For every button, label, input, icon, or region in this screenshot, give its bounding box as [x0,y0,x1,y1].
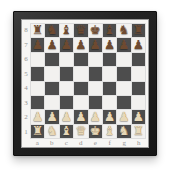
chess-board-surface: 87654321 ♜♞♝♛♚♝♞♜♟♟♟♟♟♟♟♟♟♟♟♟♟♟♟♟♜♞♝♛♚♝♞… [21,19,149,148]
piece-white-knight[interactable]: ♞ [46,125,57,138]
square-g5[interactable] [117,67,130,80]
piece-black-rook[interactable]: ♜ [133,24,144,37]
piece-black-knight[interactable]: ♞ [118,24,129,37]
piece-white-pawn[interactable]: ♟ [75,110,86,123]
square-g6[interactable] [117,53,130,66]
square-c7[interactable]: ♟ [60,38,73,51]
rank-label-3: 3 [22,96,30,111]
square-h4[interactable] [132,82,145,95]
square-c4[interactable] [60,82,73,95]
square-d7[interactable]: ♟ [74,38,87,51]
rank-label-6: 6 [22,52,30,67]
square-e5[interactable] [89,67,102,80]
piece-white-pawn[interactable]: ♟ [104,110,115,123]
square-h5[interactable] [132,67,145,80]
piece-white-pawn[interactable]: ♟ [46,110,57,123]
file-label-f: f [103,139,118,149]
square-b7[interactable]: ♟ [45,38,58,51]
square-b5[interactable] [45,67,58,80]
piece-black-pawn[interactable]: ♟ [61,38,72,51]
square-h1[interactable]: ♜ [132,125,145,138]
rank-label-4: 4 [22,81,30,96]
piece-white-rook[interactable]: ♜ [133,125,144,138]
rank-label-1: 1 [22,125,30,140]
piece-black-bishop[interactable]: ♝ [61,24,72,37]
square-f4[interactable] [103,82,116,95]
square-e4[interactable] [89,82,102,95]
square-a1[interactable]: ♜ [31,125,44,138]
product-photo-background: 87654321 ♜♞♝♛♚♝♞♜♟♟♟♟♟♟♟♟♟♟♟♟♟♟♟♟♜♞♝♛♚♝♞… [0,0,170,170]
chess-board-frame: 87654321 ♜♞♝♛♚♝♞♜♟♟♟♟♟♟♟♟♟♟♟♟♟♟♟♟♜♞♝♛♚♝♞… [13,11,157,156]
square-h7[interactable]: ♟ [132,38,145,51]
square-d5[interactable] [74,67,87,80]
piece-white-pawn[interactable]: ♟ [32,110,43,123]
square-g1[interactable]: ♞ [117,125,130,138]
file-label-b: b [45,139,60,149]
square-a4[interactable] [31,82,44,95]
square-f7[interactable]: ♟ [103,38,116,51]
square-b4[interactable] [45,82,58,95]
square-b1[interactable]: ♞ [45,125,58,138]
piece-white-bishop[interactable]: ♝ [61,125,72,138]
square-f5[interactable] [103,67,116,80]
piece-white-king[interactable]: ♚ [90,125,101,138]
piece-black-pawn[interactable]: ♟ [75,38,86,51]
file-labels: abcdefgh [30,139,146,149]
square-e6[interactable] [89,53,102,66]
piece-white-bishop[interactable]: ♝ [104,125,115,138]
piece-black-pawn[interactable]: ♟ [32,38,43,51]
piece-white-pawn[interactable]: ♟ [118,110,129,123]
piece-black-pawn[interactable]: ♟ [104,38,115,51]
square-g4[interactable] [117,82,130,95]
piece-black-bishop[interactable]: ♝ [104,24,115,37]
piece-black-pawn[interactable]: ♟ [133,38,144,51]
file-label-e: e [88,139,103,149]
square-g7[interactable]: ♟ [117,38,130,51]
square-c1[interactable]: ♝ [60,125,73,138]
piece-black-knight[interactable]: ♞ [46,24,57,37]
square-e7[interactable]: ♟ [89,38,102,51]
rank-label-7: 7 [22,38,30,53]
square-f1[interactable]: ♝ [103,125,116,138]
file-label-g: g [117,139,132,149]
piece-black-pawn[interactable]: ♟ [90,38,101,51]
piece-white-pawn[interactable]: ♟ [61,110,72,123]
square-f6[interactable] [103,53,116,66]
piece-white-knight[interactable]: ♞ [118,125,129,138]
file-label-a: a [30,139,45,149]
board: ♜♞♝♛♚♝♞♜♟♟♟♟♟♟♟♟♟♟♟♟♟♟♟♟♜♞♝♛♚♝♞♜ [30,23,146,139]
square-e1[interactable]: ♚ [89,125,102,138]
piece-white-pawn[interactable]: ♟ [90,110,101,123]
square-d4[interactable] [74,82,87,95]
file-label-h: h [132,139,147,149]
square-a5[interactable] [31,67,44,80]
square-a6[interactable] [31,53,44,66]
square-c6[interactable] [60,53,73,66]
piece-white-rook[interactable]: ♜ [32,125,43,138]
square-a7[interactable]: ♟ [31,38,44,51]
piece-white-queen[interactable]: ♛ [75,125,86,138]
piece-black-rook[interactable]: ♜ [32,24,43,37]
rank-label-2: 2 [22,110,30,125]
piece-black-queen[interactable]: ♛ [75,24,86,37]
square-b6[interactable] [45,53,58,66]
piece-white-pawn[interactable]: ♟ [133,110,144,123]
piece-black-pawn[interactable]: ♟ [46,38,57,51]
square-h6[interactable] [132,53,145,66]
square-c5[interactable] [60,67,73,80]
file-label-d: d [74,139,89,149]
square-d6[interactable] [74,53,87,66]
rank-label-8: 8 [22,23,30,38]
rank-label-5: 5 [22,67,30,82]
file-label-c: c [59,139,74,149]
square-d1[interactable]: ♛ [74,125,87,138]
piece-black-pawn[interactable]: ♟ [118,38,129,51]
rank-labels: 87654321 [22,23,30,139]
piece-black-king[interactable]: ♚ [90,24,101,37]
